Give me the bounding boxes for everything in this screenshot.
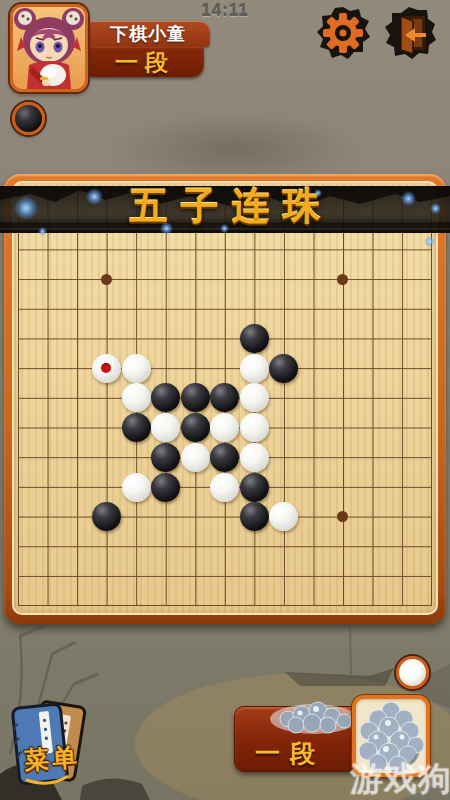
stone-white [92,354,121,383]
stone-white [151,413,180,442]
stone-black [181,413,210,442]
stone-black [151,473,180,502]
stone-black [92,502,121,531]
star-point [101,274,112,285]
stone-white [122,354,151,383]
last-move-marker [101,363,111,373]
stone-white [240,354,269,383]
stone-white [122,383,151,412]
stone-white [181,443,210,472]
player-name: 下棋小童 [86,21,210,47]
stone-black [240,502,269,531]
game-screen: 14:11 下棋小童 [0,0,450,800]
stone-black [269,354,298,383]
stone-white [122,473,151,502]
menu-button[interactable]: 菜单 [6,696,92,792]
background-ink-smudge [110,112,360,174]
star-point [337,274,348,285]
menu-button-label: 菜单 [13,739,91,777]
player-nameplate: 下棋小童 一段 [86,21,210,77]
stone-black [210,443,239,472]
stone-black [240,473,269,502]
watermark: 游戏狗 [350,757,450,800]
stone-black [122,413,151,442]
captured-stones-pile [266,697,362,737]
stone-white [210,473,239,502]
gear-icon [323,13,363,53]
stone-white [240,413,269,442]
door-exit-icon [401,16,426,54]
opponent-stone-indicator [396,656,429,689]
exit-button[interactable] [381,4,439,62]
stone-black [181,383,210,412]
stone-white [240,383,269,412]
stone-black [240,324,269,353]
settings-button[interactable] [314,4,372,62]
player-rank: 一段 [86,47,204,77]
opponent-rank: 一段 [235,737,345,770]
game-title: 五子连珠 [117,181,334,232]
stone-white [240,443,269,472]
player-stone-indicator [12,102,45,135]
stone-black [151,443,180,472]
title-banner: 五子连珠 [0,186,450,233]
